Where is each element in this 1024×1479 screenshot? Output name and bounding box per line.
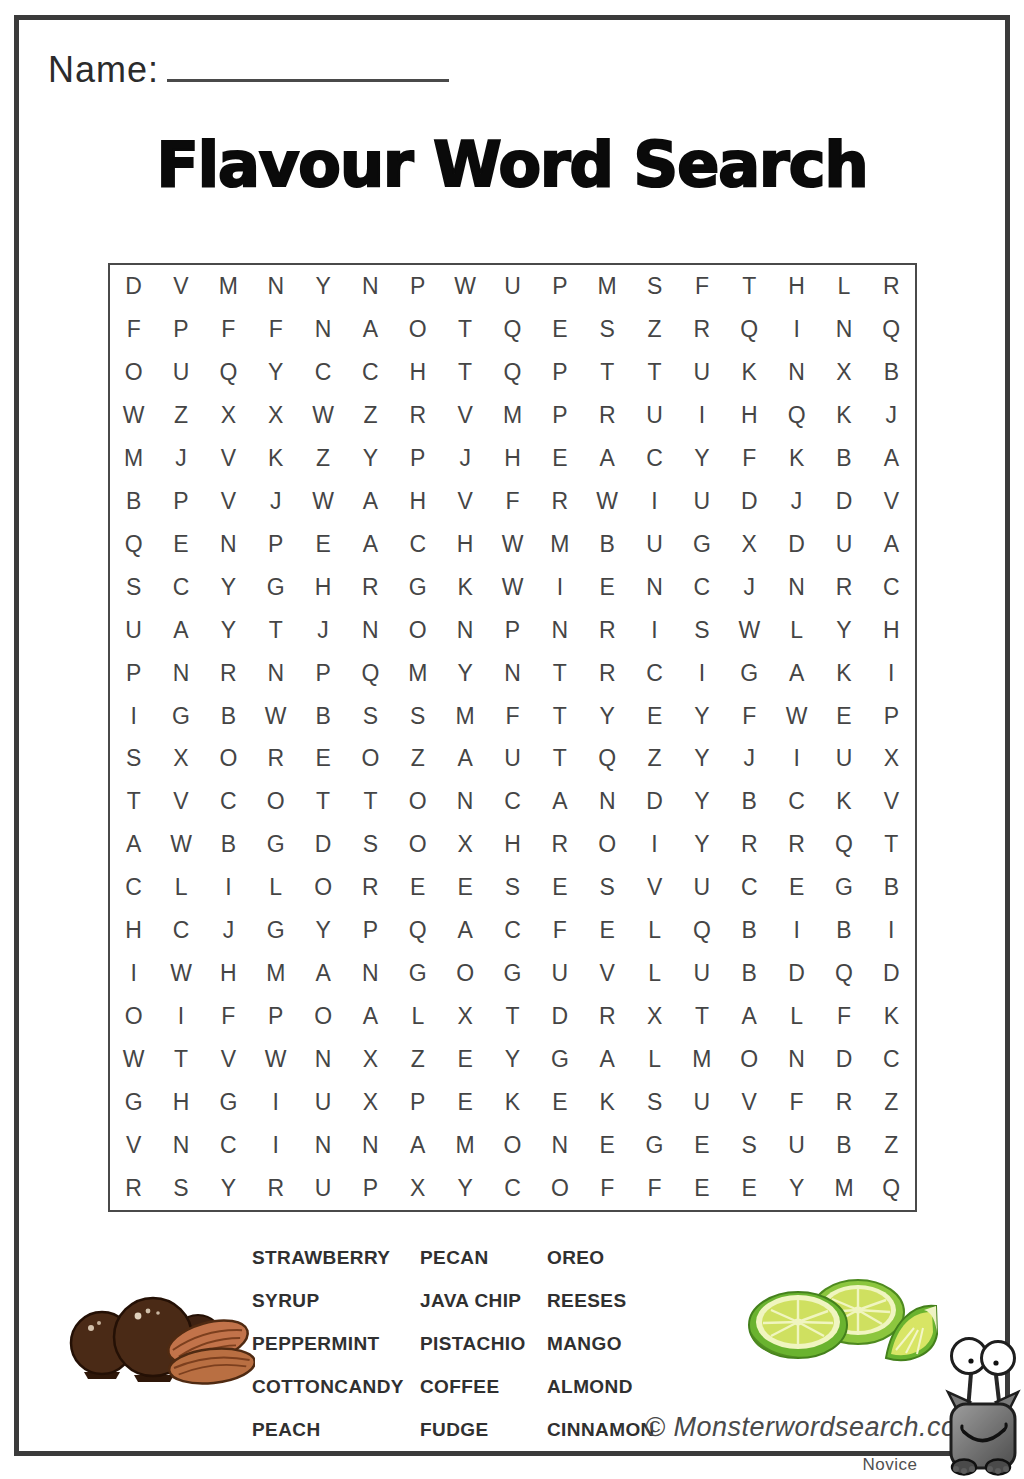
grid-cell-r11c11[interactable]: Y <box>584 695 631 738</box>
grid-cell-r16c7[interactable]: Q <box>394 909 441 952</box>
grid-cell-r20c17[interactable]: Z <box>868 1081 915 1124</box>
grid-cell-r21c14[interactable]: S <box>726 1124 773 1167</box>
grid-cell-r20c10[interactable]: E <box>536 1081 583 1124</box>
grid-cell-r20c5[interactable]: U <box>299 1081 346 1124</box>
grid-cell-r2c15[interactable]: I <box>773 308 820 351</box>
grid-cell-r19c15[interactable]: N <box>773 1038 820 1081</box>
grid-cell-r4c8[interactable]: V <box>441 394 488 437</box>
grid-cell-r8c10[interactable]: I <box>536 566 583 609</box>
grid-cell-r14c2[interactable]: W <box>157 823 204 866</box>
grid-cell-r20c8[interactable]: E <box>441 1081 488 1124</box>
grid-cell-r18c7[interactable]: L <box>394 995 441 1038</box>
grid-cell-r15c17[interactable]: B <box>868 866 915 909</box>
grid-cell-r7c13[interactable]: G <box>678 523 725 566</box>
grid-cell-r18c1[interactable]: O <box>110 995 157 1038</box>
grid-cell-r4c14[interactable]: H <box>726 394 773 437</box>
grid-cell-r10c2[interactable]: N <box>157 652 204 695</box>
grid-cell-r18c13[interactable]: T <box>678 995 725 1038</box>
grid-cell-r2c1[interactable]: F <box>110 308 157 351</box>
grid-cell-r22c15[interactable]: Y <box>773 1167 820 1210</box>
grid-cell-r16c14[interactable]: B <box>726 909 773 952</box>
grid-cell-r6c13[interactable]: U <box>678 480 725 523</box>
grid-cell-r8c1[interactable]: S <box>110 566 157 609</box>
grid-cell-r8c5[interactable]: H <box>299 566 346 609</box>
grid-cell-r6c12[interactable]: I <box>631 480 678 523</box>
grid-cell-r6c16[interactable]: D <box>820 480 867 523</box>
grid-cell-r16c2[interactable]: C <box>157 909 204 952</box>
grid-cell-r15c12[interactable]: V <box>631 866 678 909</box>
grid-cell-r17c4[interactable]: M <box>252 952 299 995</box>
grid-cell-r5c7[interactable]: P <box>394 437 441 480</box>
grid-cell-r13c15[interactable]: C <box>773 780 820 823</box>
grid-cell-r16c13[interactable]: Q <box>678 909 725 952</box>
grid-cell-r19c8[interactable]: E <box>441 1038 488 1081</box>
grid-cell-r13c17[interactable]: V <box>868 780 915 823</box>
grid-cell-r2c4[interactable]: F <box>252 308 299 351</box>
grid-cell-r21c2[interactable]: N <box>157 1124 204 1167</box>
grid-cell-r8c2[interactable]: C <box>157 566 204 609</box>
grid-cell-r8c13[interactable]: C <box>678 566 725 609</box>
grid-cell-r22c4[interactable]: R <box>252 1167 299 1210</box>
grid-cell-r5c2[interactable]: J <box>157 437 204 480</box>
grid-cell-r11c17[interactable]: P <box>868 695 915 738</box>
grid-cell-r5c1[interactable]: M <box>110 437 157 480</box>
grid-cell-r21c11[interactable]: E <box>584 1124 631 1167</box>
grid-cell-r19c1[interactable]: W <box>110 1038 157 1081</box>
grid-cell-r2c9[interactable]: Q <box>489 308 536 351</box>
grid-cell-r10c8[interactable]: Y <box>441 652 488 695</box>
grid-cell-r14c17[interactable]: T <box>868 823 915 866</box>
grid-cell-r5c10[interactable]: E <box>536 437 583 480</box>
grid-cell-r1c16[interactable]: L <box>820 265 867 308</box>
grid-cell-r14c6[interactable]: S <box>347 823 394 866</box>
grid-cell-r19c16[interactable]: D <box>820 1038 867 1081</box>
grid-cell-r13c5[interactable]: T <box>299 780 346 823</box>
grid-cell-r4c12[interactable]: U <box>631 394 678 437</box>
grid-cell-r5c12[interactable]: C <box>631 437 678 480</box>
grid-cell-r5c11[interactable]: A <box>584 437 631 480</box>
grid-cell-r13c16[interactable]: K <box>820 780 867 823</box>
grid-cell-r2c2[interactable]: P <box>157 308 204 351</box>
grid-cell-r9c13[interactable]: S <box>678 609 725 652</box>
grid-cell-r11c12[interactable]: E <box>631 695 678 738</box>
grid-cell-r22c5[interactable]: U <box>299 1167 346 1210</box>
grid-cell-r7c9[interactable]: W <box>489 523 536 566</box>
grid-cell-r4c4[interactable]: X <box>252 394 299 437</box>
grid-cell-r7c15[interactable]: D <box>773 523 820 566</box>
grid-cell-r9c17[interactable]: H <box>868 609 915 652</box>
grid-cell-r9c2[interactable]: A <box>157 609 204 652</box>
grid-cell-r1c14[interactable]: T <box>726 265 773 308</box>
grid-cell-r1c9[interactable]: U <box>489 265 536 308</box>
grid-cell-r3c13[interactable]: U <box>678 351 725 394</box>
grid-cell-r16c6[interactable]: P <box>347 909 394 952</box>
grid-cell-r1c3[interactable]: M <box>205 265 252 308</box>
grid-cell-r18c14[interactable]: A <box>726 995 773 1038</box>
grid-cell-r20c11[interactable]: K <box>584 1081 631 1124</box>
grid-cell-r19c7[interactable]: Z <box>394 1038 441 1081</box>
grid-cell-r10c3[interactable]: R <box>205 652 252 695</box>
grid-cell-r2c12[interactable]: Z <box>631 308 678 351</box>
grid-cell-r12c11[interactable]: Q <box>584 737 631 780</box>
grid-cell-r17c15[interactable]: D <box>773 952 820 995</box>
grid-cell-r11c5[interactable]: B <box>299 695 346 738</box>
grid-cell-r7c2[interactable]: E <box>157 523 204 566</box>
grid-cell-r15c16[interactable]: G <box>820 866 867 909</box>
grid-cell-r3c4[interactable]: Y <box>252 351 299 394</box>
grid-cell-r7c11[interactable]: B <box>584 523 631 566</box>
grid-cell-r14c3[interactable]: B <box>205 823 252 866</box>
grid-cell-r21c12[interactable]: G <box>631 1124 678 1167</box>
grid-cell-r12c15[interactable]: I <box>773 737 820 780</box>
grid-cell-r17c13[interactable]: U <box>678 952 725 995</box>
grid-cell-r10c15[interactable]: A <box>773 652 820 695</box>
grid-cell-r15c4[interactable]: L <box>252 866 299 909</box>
grid-cell-r6c5[interactable]: W <box>299 480 346 523</box>
grid-cell-r22c14[interactable]: E <box>726 1167 773 1210</box>
grid-cell-r18c6[interactable]: A <box>347 995 394 1038</box>
grid-cell-r9c6[interactable]: N <box>347 609 394 652</box>
grid-cell-r17c1[interactable]: I <box>110 952 157 995</box>
grid-cell-r7c3[interactable]: N <box>205 523 252 566</box>
grid-cell-r18c3[interactable]: F <box>205 995 252 1038</box>
grid-cell-r21c4[interactable]: I <box>252 1124 299 1167</box>
grid-cell-r10c12[interactable]: C <box>631 652 678 695</box>
grid-cell-r11c3[interactable]: B <box>205 695 252 738</box>
grid-cell-r8c8[interactable]: K <box>441 566 488 609</box>
grid-cell-r5c5[interactable]: Z <box>299 437 346 480</box>
grid-cell-r18c9[interactable]: T <box>489 995 536 1038</box>
grid-cell-r3c11[interactable]: T <box>584 351 631 394</box>
grid-cell-r5c13[interactable]: Y <box>678 437 725 480</box>
grid-cell-r20c6[interactable]: X <box>347 1081 394 1124</box>
grid-cell-r6c11[interactable]: W <box>584 480 631 523</box>
grid-cell-r9c1[interactable]: U <box>110 609 157 652</box>
grid-cell-r8c3[interactable]: Y <box>205 566 252 609</box>
grid-cell-r6c3[interactable]: V <box>205 480 252 523</box>
grid-cell-r1c12[interactable]: S <box>631 265 678 308</box>
grid-cell-r13c13[interactable]: Y <box>678 780 725 823</box>
grid-cell-r3c12[interactable]: T <box>631 351 678 394</box>
grid-cell-r15c2[interactable]: L <box>157 866 204 909</box>
grid-cell-r21c13[interactable]: E <box>678 1124 725 1167</box>
grid-cell-r17c3[interactable]: H <box>205 952 252 995</box>
grid-cell-r11c2[interactable]: G <box>157 695 204 738</box>
grid-cell-r12c10[interactable]: T <box>536 737 583 780</box>
grid-cell-r22c8[interactable]: Y <box>441 1167 488 1210</box>
grid-cell-r16c16[interactable]: B <box>820 909 867 952</box>
grid-cell-r22c7[interactable]: X <box>394 1167 441 1210</box>
grid-cell-r19c10[interactable]: G <box>536 1038 583 1081</box>
grid-cell-r17c9[interactable]: G <box>489 952 536 995</box>
grid-cell-r7c7[interactable]: C <box>394 523 441 566</box>
grid-cell-r8c4[interactable]: G <box>252 566 299 609</box>
grid-cell-r14c12[interactable]: I <box>631 823 678 866</box>
grid-cell-r6c15[interactable]: J <box>773 480 820 523</box>
grid-cell-r22c13[interactable]: E <box>678 1167 725 1210</box>
grid-cell-r9c14[interactable]: W <box>726 609 773 652</box>
grid-cell-r3c16[interactable]: X <box>820 351 867 394</box>
grid-cell-r14c1[interactable]: A <box>110 823 157 866</box>
grid-cell-r12c13[interactable]: Y <box>678 737 725 780</box>
grid-cell-r8c6[interactable]: R <box>347 566 394 609</box>
grid-cell-r7c16[interactable]: U <box>820 523 867 566</box>
grid-cell-r1c2[interactable]: V <box>157 265 204 308</box>
grid-cell-r14c5[interactable]: D <box>299 823 346 866</box>
grid-cell-r4c3[interactable]: X <box>205 394 252 437</box>
grid-cell-r1c8[interactable]: W <box>441 265 488 308</box>
grid-cell-r4c6[interactable]: Z <box>347 394 394 437</box>
grid-cell-r6c17[interactable]: V <box>868 480 915 523</box>
grid-cell-r18c17[interactable]: K <box>868 995 915 1038</box>
grid-cell-r15c9[interactable]: S <box>489 866 536 909</box>
grid-cell-r20c16[interactable]: R <box>820 1081 867 1124</box>
grid-cell-r12c1[interactable]: S <box>110 737 157 780</box>
grid-cell-r19c2[interactable]: T <box>157 1038 204 1081</box>
grid-cell-r3c8[interactable]: T <box>441 351 488 394</box>
grid-cell-r16c15[interactable]: I <box>773 909 820 952</box>
grid-cell-r11c9[interactable]: F <box>489 695 536 738</box>
grid-cell-r8c11[interactable]: E <box>584 566 631 609</box>
grid-cell-r14c16[interactable]: Q <box>820 823 867 866</box>
grid-cell-r14c9[interactable]: H <box>489 823 536 866</box>
grid-cell-r13c9[interactable]: C <box>489 780 536 823</box>
grid-cell-r7c6[interactable]: A <box>347 523 394 566</box>
grid-cell-r18c5[interactable]: O <box>299 995 346 1038</box>
grid-cell-r4c2[interactable]: Z <box>157 394 204 437</box>
grid-cell-r13c8[interactable]: N <box>441 780 488 823</box>
grid-cell-r17c2[interactable]: W <box>157 952 204 995</box>
grid-cell-r22c10[interactable]: O <box>536 1167 583 1210</box>
grid-cell-r12c14[interactable]: J <box>726 737 773 780</box>
grid-cell-r11c8[interactable]: M <box>441 695 488 738</box>
grid-cell-r19c5[interactable]: N <box>299 1038 346 1081</box>
grid-cell-r7c5[interactable]: E <box>299 523 346 566</box>
grid-cell-r11c13[interactable]: Y <box>678 695 725 738</box>
grid-cell-r2c5[interactable]: N <box>299 308 346 351</box>
grid-cell-r14c14[interactable]: R <box>726 823 773 866</box>
grid-cell-r1c13[interactable]: F <box>678 265 725 308</box>
grid-cell-r19c9[interactable]: Y <box>489 1038 536 1081</box>
grid-cell-r2c16[interactable]: N <box>820 308 867 351</box>
grid-cell-r7c8[interactable]: H <box>441 523 488 566</box>
grid-cell-r10c11[interactable]: R <box>584 652 631 695</box>
grid-cell-r20c15[interactable]: F <box>773 1081 820 1124</box>
grid-cell-r16c12[interactable]: L <box>631 909 678 952</box>
grid-cell-r19c17[interactable]: C <box>868 1038 915 1081</box>
grid-cell-r6c9[interactable]: F <box>489 480 536 523</box>
grid-cell-r3c7[interactable]: H <box>394 351 441 394</box>
grid-cell-r4c1[interactable]: W <box>110 394 157 437</box>
grid-cell-r18c12[interactable]: X <box>631 995 678 1038</box>
grid-cell-r6c6[interactable]: A <box>347 480 394 523</box>
grid-cell-r14c8[interactable]: X <box>441 823 488 866</box>
grid-cell-r21c3[interactable]: C <box>205 1124 252 1167</box>
grid-cell-r18c2[interactable]: I <box>157 995 204 1038</box>
grid-cell-r7c10[interactable]: M <box>536 523 583 566</box>
grid-cell-r2c7[interactable]: O <box>394 308 441 351</box>
grid-cell-r16c5[interactable]: Y <box>299 909 346 952</box>
grid-cell-r5c3[interactable]: V <box>205 437 252 480</box>
grid-cell-r20c4[interactable]: I <box>252 1081 299 1124</box>
grid-cell-r18c16[interactable]: F <box>820 995 867 1038</box>
grid-cell-r12c5[interactable]: E <box>299 737 346 780</box>
grid-cell-r12c3[interactable]: O <box>205 737 252 780</box>
grid-cell-r15c10[interactable]: E <box>536 866 583 909</box>
grid-cell-r9c16[interactable]: Y <box>820 609 867 652</box>
grid-cell-r14c7[interactable]: O <box>394 823 441 866</box>
grid-cell-r14c13[interactable]: Y <box>678 823 725 866</box>
grid-cell-r6c10[interactable]: R <box>536 480 583 523</box>
grid-cell-r21c17[interactable]: Z <box>868 1124 915 1167</box>
grid-cell-r10c9[interactable]: N <box>489 652 536 695</box>
grid-cell-r19c11[interactable]: A <box>584 1038 631 1081</box>
grid-cell-r12c12[interactable]: Z <box>631 737 678 780</box>
grid-cell-r20c1[interactable]: G <box>110 1081 157 1124</box>
grid-cell-r10c4[interactable]: N <box>252 652 299 695</box>
grid-cell-r19c4[interactable]: W <box>252 1038 299 1081</box>
grid-cell-r1c4[interactable]: N <box>252 265 299 308</box>
grid-cell-r8c15[interactable]: N <box>773 566 820 609</box>
grid-cell-r3c5[interactable]: C <box>299 351 346 394</box>
grid-cell-r20c14[interactable]: V <box>726 1081 773 1124</box>
grid-cell-r4c5[interactable]: W <box>299 394 346 437</box>
grid-cell-r9c11[interactable]: R <box>584 609 631 652</box>
grid-cell-r22c16[interactable]: M <box>820 1167 867 1210</box>
grid-cell-r3c1[interactable]: O <box>110 351 157 394</box>
grid-cell-r22c9[interactable]: C <box>489 1167 536 1210</box>
grid-cell-r3c15[interactable]: N <box>773 351 820 394</box>
grid-cell-r21c1[interactable]: V <box>110 1124 157 1167</box>
grid-cell-r16c4[interactable]: G <box>252 909 299 952</box>
grid-cell-r14c15[interactable]: R <box>773 823 820 866</box>
grid-cell-r14c11[interactable]: O <box>584 823 631 866</box>
grid-cell-r4c16[interactable]: K <box>820 394 867 437</box>
grid-cell-r4c17[interactable]: J <box>868 394 915 437</box>
grid-cell-r21c5[interactable]: N <box>299 1124 346 1167</box>
grid-cell-r19c6[interactable]: X <box>347 1038 394 1081</box>
grid-cell-r15c13[interactable]: U <box>678 866 725 909</box>
grid-cell-r1c1[interactable]: D <box>110 265 157 308</box>
grid-cell-r16c10[interactable]: F <box>536 909 583 952</box>
grid-cell-r13c2[interactable]: V <box>157 780 204 823</box>
grid-cell-r7c4[interactable]: P <box>252 523 299 566</box>
grid-cell-r3c6[interactable]: C <box>347 351 394 394</box>
grid-cell-r20c9[interactable]: K <box>489 1081 536 1124</box>
grid-cell-r1c7[interactable]: P <box>394 265 441 308</box>
grid-cell-r5c16[interactable]: B <box>820 437 867 480</box>
grid-cell-r22c3[interactable]: Y <box>205 1167 252 1210</box>
grid-cell-r7c12[interactable]: U <box>631 523 678 566</box>
grid-cell-r1c17[interactable]: R <box>868 265 915 308</box>
grid-cell-r17c10[interactable]: U <box>536 952 583 995</box>
grid-cell-r10c16[interactable]: K <box>820 652 867 695</box>
grid-cell-r15c5[interactable]: O <box>299 866 346 909</box>
grid-cell-r10c13[interactable]: I <box>678 652 725 695</box>
grid-cell-r9c9[interactable]: P <box>489 609 536 652</box>
grid-cell-r3c14[interactable]: K <box>726 351 773 394</box>
grid-cell-r10c1[interactable]: P <box>110 652 157 695</box>
grid-cell-r2c11[interactable]: S <box>584 308 631 351</box>
grid-cell-r5c15[interactable]: K <box>773 437 820 480</box>
grid-cell-r4c15[interactable]: Q <box>773 394 820 437</box>
grid-cell-r14c10[interactable]: R <box>536 823 583 866</box>
grid-cell-r6c7[interactable]: H <box>394 480 441 523</box>
grid-cell-r17c7[interactable]: G <box>394 952 441 995</box>
grid-cell-r2c3[interactable]: F <box>205 308 252 351</box>
grid-cell-r12c8[interactable]: A <box>441 737 488 780</box>
grid-cell-r15c6[interactable]: R <box>347 866 394 909</box>
grid-cell-r16c11[interactable]: E <box>584 909 631 952</box>
grid-cell-r17c16[interactable]: Q <box>820 952 867 995</box>
grid-cell-r13c1[interactable]: T <box>110 780 157 823</box>
grid-cell-r2c6[interactable]: A <box>347 308 394 351</box>
grid-cell-r21c10[interactable]: N <box>536 1124 583 1167</box>
grid-cell-r5c14[interactable]: F <box>726 437 773 480</box>
grid-cell-r11c1[interactable]: I <box>110 695 157 738</box>
grid-cell-r13c3[interactable]: C <box>205 780 252 823</box>
grid-cell-r2c8[interactable]: T <box>441 308 488 351</box>
grid-cell-r10c14[interactable]: G <box>726 652 773 695</box>
grid-cell-r21c6[interactable]: N <box>347 1124 394 1167</box>
grid-cell-r11c6[interactable]: S <box>347 695 394 738</box>
grid-cell-r10c17[interactable]: I <box>868 652 915 695</box>
grid-cell-r9c12[interactable]: I <box>631 609 678 652</box>
grid-cell-r4c11[interactable]: R <box>584 394 631 437</box>
grid-cell-r9c5[interactable]: J <box>299 609 346 652</box>
grid-cell-r17c12[interactable]: L <box>631 952 678 995</box>
grid-cell-r17c14[interactable]: B <box>726 952 773 995</box>
grid-cell-r7c17[interactable]: A <box>868 523 915 566</box>
grid-cell-r6c4[interactable]: J <box>252 480 299 523</box>
grid-cell-r2c10[interactable]: E <box>536 308 583 351</box>
grid-cell-r4c7[interactable]: R <box>394 394 441 437</box>
grid-cell-r17c5[interactable]: A <box>299 952 346 995</box>
grid-cell-r2c14[interactable]: Q <box>726 308 773 351</box>
grid-cell-r3c3[interactable]: Q <box>205 351 252 394</box>
grid-cell-r21c9[interactable]: O <box>489 1124 536 1167</box>
grid-cell-r6c1[interactable]: B <box>110 480 157 523</box>
grid-cell-r19c14[interactable]: O <box>726 1038 773 1081</box>
grid-cell-r8c7[interactable]: G <box>394 566 441 609</box>
grid-cell-r5c17[interactable]: A <box>868 437 915 480</box>
grid-cell-r11c7[interactable]: S <box>394 695 441 738</box>
grid-cell-r2c13[interactable]: R <box>678 308 725 351</box>
grid-cell-r9c7[interactable]: O <box>394 609 441 652</box>
grid-cell-r10c5[interactable]: P <box>299 652 346 695</box>
grid-cell-r9c10[interactable]: N <box>536 609 583 652</box>
grid-cell-r15c3[interactable]: I <box>205 866 252 909</box>
grid-cell-r13c10[interactable]: A <box>536 780 583 823</box>
grid-cell-r8c12[interactable]: N <box>631 566 678 609</box>
grid-cell-r12c6[interactable]: O <box>347 737 394 780</box>
grid-cell-r22c11[interactable]: F <box>584 1167 631 1210</box>
grid-cell-r22c17[interactable]: Q <box>868 1167 915 1210</box>
grid-cell-r1c11[interactable]: M <box>584 265 631 308</box>
grid-cell-r12c9[interactable]: U <box>489 737 536 780</box>
grid-cell-r20c12[interactable]: S <box>631 1081 678 1124</box>
grid-cell-r10c6[interactable]: Q <box>347 652 394 695</box>
grid-cell-r16c9[interactable]: C <box>489 909 536 952</box>
grid-cell-r20c3[interactable]: G <box>205 1081 252 1124</box>
grid-cell-r1c15[interactable]: H <box>773 265 820 308</box>
grid-cell-r18c15[interactable]: L <box>773 995 820 1038</box>
grid-cell-r16c3[interactable]: J <box>205 909 252 952</box>
grid-cell-r3c10[interactable]: P <box>536 351 583 394</box>
grid-cell-r8c9[interactable]: W <box>489 566 536 609</box>
grid-cell-r1c6[interactable]: N <box>347 265 394 308</box>
grid-cell-r3c2[interactable]: U <box>157 351 204 394</box>
